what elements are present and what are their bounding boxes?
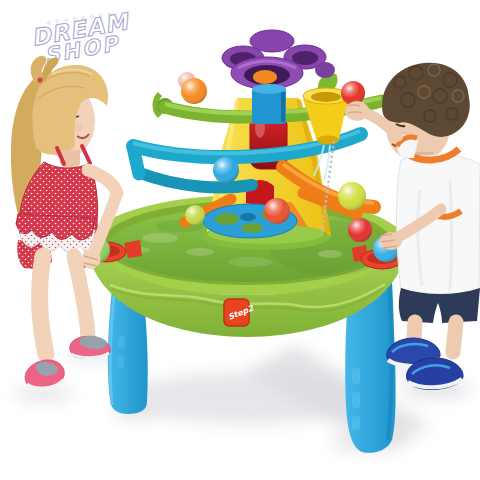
ball-blue-mid xyxy=(213,157,239,183)
girl-hand xyxy=(82,249,101,269)
ball-yellowgreen-track xyxy=(338,182,366,210)
ball-orange-track xyxy=(181,78,207,104)
boy-fist xyxy=(345,101,369,121)
girl xyxy=(11,56,117,389)
blue-shoe-front xyxy=(407,358,463,390)
blue-cylinder xyxy=(252,84,286,124)
ball-red-held xyxy=(341,81,365,105)
scene-svg: ✧✧✧✧✧✧✧✧ DREAM SHOP xyxy=(0,0,480,480)
ball-redorange-paddle xyxy=(264,198,290,224)
pink-shoe-front xyxy=(25,360,64,388)
ball-red-rim xyxy=(348,218,372,242)
product-photo: ✧✧✧✧✧✧✧✧ DREAM SHOP xyxy=(0,0,480,480)
purple-flower-top xyxy=(222,30,335,89)
ball-yellowgreen-water xyxy=(185,205,205,225)
boy-hand xyxy=(380,232,402,250)
hair-tie xyxy=(37,77,42,82)
pink-shoe-back xyxy=(70,336,111,358)
